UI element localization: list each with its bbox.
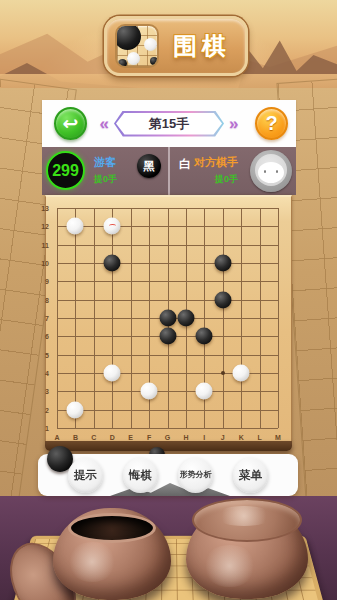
question-icon: ? (265, 112, 277, 135)
column-label-H: H (183, 434, 188, 441)
help-button[interactable]: ? (255, 107, 288, 140)
row-label-9: 9 (45, 278, 49, 285)
row-label-12: 12 (41, 223, 49, 230)
stone-black-J8[interactable] (214, 291, 231, 308)
grid-line-vertical (223, 208, 224, 428)
stone-white-B2[interactable] (67, 401, 84, 418)
column-label-D: D (110, 434, 115, 441)
chevron-right-icon: » (229, 115, 238, 132)
stone-white-D4[interactable] (104, 365, 121, 382)
stone-white-I3[interactable] (196, 383, 213, 400)
stone-black-I6[interactable] (196, 328, 213, 345)
icon-black-stone-3 (150, 57, 158, 65)
row-label-6: 6 (45, 333, 49, 340)
row-label-1: 1 (45, 425, 49, 432)
nav-bar: ↩ « 第15手 » ? (42, 100, 296, 147)
row-label-11: 11 (42, 241, 49, 248)
hint-button[interactable]: 提示 (68, 458, 103, 493)
row-label-13: 13 (41, 205, 49, 212)
grid-line-vertical (278, 208, 279, 428)
chevron-left-icon: « (100, 115, 109, 132)
column-label-L: L (257, 434, 261, 441)
left-go-bowl (53, 508, 171, 600)
column-label-I: I (203, 434, 205, 441)
star-point-J4 (221, 371, 225, 375)
row-label-4: 4 (45, 370, 49, 377)
go-app-icon (115, 24, 159, 68)
grid-line-horizontal (57, 355, 278, 356)
white-captures: 提0手 (215, 173, 238, 186)
icon-black-stone-2 (118, 59, 127, 68)
last-move-marker (109, 224, 116, 228)
black-timer: 299 (46, 151, 85, 190)
row-label-7: 7 (45, 315, 49, 322)
table-scene (0, 496, 337, 600)
column-label-G: G (165, 434, 170, 441)
board-base-edge (45, 441, 292, 451)
white-stone-label: 白 (179, 156, 191, 173)
stone-black-G6[interactable] (159, 328, 176, 345)
stone-white-F3[interactable] (141, 383, 158, 400)
app-title: 围棋 (159, 30, 245, 62)
stone-white-B12[interactable] (67, 218, 84, 235)
white-player-panel: 白 对方棋手 提0手 (170, 147, 296, 195)
undo-button[interactable]: 悔棋 (123, 458, 158, 493)
grid-line-horizontal (57, 410, 278, 411)
black-player-name: 游客 (94, 155, 116, 170)
stone-black-H7[interactable] (177, 310, 194, 327)
row-label-2: 2 (45, 406, 49, 413)
grid-line-horizontal (57, 428, 278, 429)
left-bowl-opening (68, 513, 156, 543)
white-player-name: 对方棋手 (194, 155, 238, 170)
column-label-K: K (239, 434, 244, 441)
column-label-A: A (54, 434, 59, 441)
board-grid[interactable]: 12345678910111213ABCDEFGHIJKLM (57, 208, 278, 428)
row-label-8: 8 (45, 296, 49, 303)
column-label-M: M (275, 434, 281, 441)
go-board[interactable]: 12345678910111213ABCDEFGHIJKLM (45, 195, 292, 443)
grid-line-horizontal (57, 391, 278, 392)
black-captures: 提0手 (94, 173, 117, 186)
avatar-eye (264, 170, 266, 173)
column-label-B: B (73, 434, 78, 441)
row-label-3: 3 (45, 388, 49, 395)
right-bowl-lid (192, 498, 302, 542)
column-label-E: E (128, 434, 133, 441)
stone-black-J10[interactable] (214, 255, 231, 272)
icon-white-stone (144, 38, 157, 51)
player-bar: 299 游客 提0手 黑 白 对方棋手 提0手 (42, 147, 296, 195)
avatar-eye (276, 170, 278, 173)
stone-black-D10[interactable] (104, 255, 121, 272)
grid-line-vertical (260, 208, 261, 428)
move-number-label: 第15手 (116, 113, 222, 135)
grid-line-vertical (241, 208, 242, 428)
black-player-panel: 299 游客 提0手 黑 (42, 147, 168, 195)
black-stone-badge: 黑 (137, 154, 161, 178)
title-plaque: 围棋 (104, 16, 248, 76)
move-number-badge: 第15手 (114, 111, 224, 137)
row-label-10: 10 (41, 260, 49, 267)
menu-button[interactable]: 菜单 (233, 458, 268, 493)
column-label-J: J (221, 434, 225, 441)
action-buttons: 提示 悔棋 形势分析 菜单 (38, 454, 298, 496)
column-label-F: F (147, 434, 151, 441)
icon-white-stone-2 (127, 52, 140, 65)
column-label-C: C (91, 434, 96, 441)
stone-white-K4[interactable] (233, 365, 250, 382)
stone-white-D12[interactable] (104, 218, 121, 235)
row-label-5: 5 (45, 351, 49, 358)
white-avatar (250, 150, 292, 192)
analysis-button[interactable]: 形势分析 (178, 458, 213, 493)
avatar-face (258, 162, 284, 183)
stone-black-G7[interactable] (159, 310, 176, 327)
app-screen: 围棋 ↩ « 第15手 » ? 299 游客 提0手 黑 白 对方棋手 提0手 (0, 0, 337, 600)
